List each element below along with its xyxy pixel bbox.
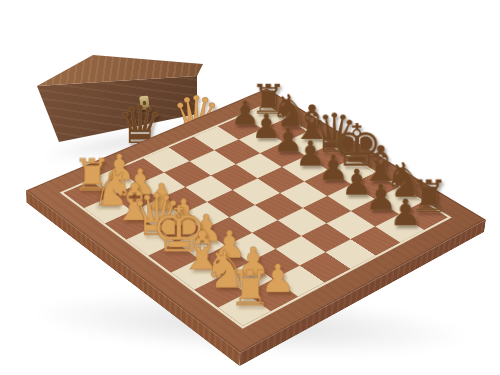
product-photo-stage: ♛ ♛ ♜♟♟♜♞♟♟♞♝♟♟♝♛♟♟♛♚♟♟♚♝♟♟♝♞♟♟♞♜♟♟♜ <box>0 0 500 375</box>
board-3d-scene: ♜♟♟♜♞♟♟♞♝♟♟♝♛♟♟♛♚♟♟♚♝♟♟♝♞♟♟♞♜♟♟♜ <box>0 0 500 375</box>
piece-black-pawn-h7: ♟ <box>373 195 438 232</box>
square-h7: ♟ <box>375 214 424 242</box>
chess-board: ♜♟♟♜♞♟♟♞♝♟♟♝♛♟♟♛♚♟♟♚♝♟♟♝♞♟♟♞♜♟♟♜ <box>26 88 486 353</box>
square-h1: ♜ <box>218 293 271 326</box>
board-grid: ♜♟♟♜♞♟♟♞♝♟♟♝♛♟♟♛♚♟♟♚♝♟♟♝♞♟♟♞♜♟♟♜ <box>60 104 452 329</box>
board-frame-border: ♜♟♟♜♞♟♟♞♝♟♟♝♛♟♟♛♚♟♟♚♝♟♟♝♞♟♟♞♜♟♟♜ <box>26 88 486 353</box>
piece-white-rook-h1: ♜ <box>215 265 285 313</box>
